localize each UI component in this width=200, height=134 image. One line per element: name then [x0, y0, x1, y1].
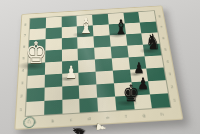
rank-label-right-5: 5	[161, 43, 169, 55]
rank-label-right-2: 2	[168, 80, 177, 94]
square-h3	[147, 68, 166, 82]
rank-label-right-1: 1	[170, 93, 179, 107]
rank-label-left-1: 1	[17, 102, 24, 116]
file-label-e: e	[98, 113, 117, 122]
square-b3	[44, 74, 61, 88]
square-c1	[62, 99, 80, 114]
rank-label-left-2: 2	[18, 89, 25, 103]
chess-board: abcdefgh 87654321 87654321 ♘	[14, 5, 183, 130]
square-g1	[133, 94, 153, 109]
square-c3	[62, 73, 79, 87]
square-f4	[111, 57, 129, 70]
rank-label-left-8: 8	[22, 19, 28, 30]
square-a1	[26, 101, 44, 116]
square-f3	[113, 70, 131, 84]
rank-label-right-7: 7	[158, 21, 166, 32]
file-label-c: c	[62, 115, 80, 124]
square-a2	[26, 88, 44, 102]
square-g4	[128, 56, 146, 69]
rank-label-left-4: 4	[20, 64, 27, 77]
square-d4	[78, 59, 95, 72]
rank-label-left-5: 5	[20, 52, 27, 64]
square-f2	[114, 82, 133, 96]
square-h2	[148, 80, 168, 94]
square-f1	[115, 95, 134, 110]
square-c2	[62, 85, 80, 99]
square-e3	[96, 71, 114, 85]
square-c4	[62, 60, 79, 73]
square-g2	[131, 81, 150, 95]
rank-label-right-4: 4	[163, 55, 171, 68]
table-surface: abcdefgh 87654321 87654321 ♘ ♝♚♟♝♞♟♟♚♞♟	[0, 0, 200, 134]
square-e2	[96, 83, 114, 97]
board-grid	[26, 11, 170, 116]
square-h4	[145, 55, 164, 68]
rank-label-left-7: 7	[22, 29, 28, 40]
square-h1	[150, 93, 170, 108]
rank-label-right-6: 6	[159, 32, 167, 44]
rank-label-right-8: 8	[156, 11, 163, 22]
square-b2	[44, 87, 62, 101]
rank-label-left-3: 3	[19, 76, 26, 89]
square-e1	[97, 97, 116, 112]
file-label-d: d	[80, 114, 99, 123]
file-label-h: h	[153, 110, 173, 119]
square-b1	[44, 100, 62, 115]
square-d3	[79, 72, 97, 86]
square-a4	[28, 62, 45, 75]
square-a3	[27, 75, 45, 89]
rank-label-left-6: 6	[21, 40, 27, 52]
file-label-g: g	[134, 111, 153, 120]
square-d2	[79, 84, 97, 98]
square-b4	[45, 61, 62, 74]
square-e4	[95, 58, 113, 71]
file-label-b: b	[44, 116, 62, 125]
square-d1	[80, 98, 99, 113]
file-label-f: f	[116, 112, 135, 121]
rank-label-right-3: 3	[166, 67, 174, 80]
square-g3	[130, 69, 149, 83]
